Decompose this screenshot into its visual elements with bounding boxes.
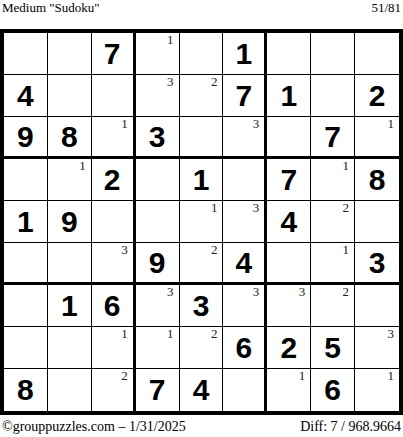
cell-r2c4[interactable]: 3 <box>136 75 180 117</box>
given-digit: 8 <box>369 165 386 195</box>
cell-r8c3[interactable]: 1 <box>92 327 136 369</box>
cell-r1c6[interactable]: 1 <box>223 33 267 75</box>
given-digit: 6 <box>236 333 253 363</box>
cell-r1c4[interactable]: 1 <box>136 33 180 75</box>
cell-r3c7[interactable] <box>267 117 311 159</box>
given-digit: 1 <box>193 165 210 195</box>
cell-r3c3[interactable]: 1 <box>92 117 136 159</box>
pencil-mark: 1 <box>299 369 306 383</box>
pencil-mark: 1 <box>388 117 395 131</box>
given-digit: 9 <box>149 248 166 278</box>
given-digit: 6 <box>104 291 121 321</box>
given-digit: 2 <box>104 165 121 195</box>
cell-r4c8[interactable]: 1 <box>311 159 355 201</box>
cell-r6c9[interactable]: 3 <box>355 243 399 285</box>
cell-r4c2[interactable]: 1 <box>48 159 92 201</box>
cell-r2c5[interactable]: 2 <box>180 75 224 117</box>
cell-r6c1[interactable] <box>4 243 48 285</box>
cell-r9c7[interactable]: 1 <box>267 369 311 411</box>
pencil-mark: 2 <box>211 327 218 341</box>
cell-r8c2[interactable] <box>48 327 92 369</box>
cell-r6c3[interactable]: 3 <box>92 243 136 285</box>
cell-r8c6[interactable]: 6 <box>223 327 267 369</box>
cell-r9c4[interactable]: 7 <box>136 369 180 411</box>
cell-r3c6[interactable]: 3 <box>223 117 267 159</box>
cell-r1c8[interactable] <box>311 33 355 75</box>
cell-r9c8[interactable]: 6 <box>311 369 355 411</box>
cell-r5c3[interactable] <box>92 201 136 243</box>
cell-r5c6[interactable]: 3 <box>223 201 267 243</box>
given-digit: 4 <box>280 207 297 237</box>
pencil-mark: 3 <box>253 117 260 131</box>
cell-r3c2[interactable]: 8 <box>48 117 92 159</box>
cell-r5c7[interactable]: 4 <box>267 201 311 243</box>
cell-r6c5[interactable]: 2 <box>180 243 224 285</box>
pencil-mark: 1 <box>388 369 395 383</box>
cell-r4c6[interactable] <box>223 159 267 201</box>
cell-r9c6[interactable] <box>223 369 267 411</box>
given-digit: 3 <box>369 248 386 278</box>
pencil-mark: 2 <box>211 243 218 257</box>
cell-r6c4[interactable]: 9 <box>136 243 180 285</box>
cell-r1c7[interactable] <box>267 33 311 75</box>
cell-r6c7[interactable] <box>267 243 311 285</box>
given-digit: 4 <box>236 248 253 278</box>
cell-r2c1[interactable]: 4 <box>4 75 48 117</box>
given-digit: 2 <box>280 333 297 363</box>
cell-r1c5[interactable] <box>180 33 224 75</box>
given-digit: 3 <box>149 122 166 152</box>
pencil-mark: 1 <box>343 159 350 173</box>
pencil-mark: 1 <box>121 327 128 341</box>
given-digit: 3 <box>193 291 210 321</box>
cell-r8c5[interactable]: 2 <box>180 327 224 369</box>
cell-r1c3[interactable]: 7 <box>92 33 136 75</box>
cell-r2c2[interactable] <box>48 75 92 117</box>
cell-r5c4[interactable] <box>136 201 180 243</box>
cell-r3c1[interactable]: 9 <box>4 117 48 159</box>
given-digit: 9 <box>61 207 78 237</box>
cell-r5c9[interactable] <box>355 201 399 243</box>
given-digit: 6 <box>324 375 341 405</box>
cell-r6c6[interactable]: 4 <box>223 243 267 285</box>
cell-r4c9[interactable]: 8 <box>355 159 399 201</box>
given-digit: 4 <box>193 375 210 405</box>
pencil-mark: 2 <box>343 285 350 299</box>
given-digit: 1 <box>17 207 34 237</box>
pencil-mark: 1 <box>121 117 128 131</box>
given-digit: 7 <box>149 375 166 405</box>
cell-r9c1[interactable]: 8 <box>4 369 48 411</box>
pencil-mark: 3 <box>388 327 395 341</box>
difficulty-text: Diff: 7 / 968.9664 <box>300 419 401 434</box>
given-digit: 7 <box>280 165 297 195</box>
remaining-counter: 51/81 <box>371 1 401 15</box>
cell-r5c5[interactable]: 1 <box>180 201 224 243</box>
cell-r5c2[interactable]: 9 <box>48 201 92 243</box>
pencil-mark: 2 <box>121 369 128 383</box>
copyright-text: ©grouppuzzles.com – 1/31/2025 <box>2 419 186 434</box>
cell-r7c6[interactable]: 3 <box>223 285 267 327</box>
cell-r2c7[interactable]: 1 <box>267 75 311 117</box>
cell-r9c3[interactable]: 2 <box>92 369 136 411</box>
cell-r4c1[interactable] <box>4 159 48 201</box>
given-digit: 2 <box>369 81 386 111</box>
cell-r9c5[interactable]: 4 <box>180 369 224 411</box>
cell-r5c8[interactable]: 2 <box>311 201 355 243</box>
cell-r3c9[interactable]: 1 <box>355 117 399 159</box>
cell-r7c9[interactable] <box>355 285 399 327</box>
cell-r4c5[interactable]: 1 <box>180 159 224 201</box>
cell-r7c2[interactable]: 1 <box>48 285 92 327</box>
cell-r3c4[interactable]: 3 <box>136 117 180 159</box>
cell-r4c3[interactable]: 2 <box>92 159 136 201</box>
cell-r2c8[interactable] <box>311 75 355 117</box>
given-digit: 5 <box>324 333 341 363</box>
pencil-mark: 1 <box>343 243 350 257</box>
pencil-mark: 3 <box>299 285 306 299</box>
cell-r4c4[interactable] <box>136 159 180 201</box>
cell-r2c6[interactable]: 7 <box>223 75 267 117</box>
cell-r9c9[interactable]: 1 <box>355 369 399 411</box>
cell-r4c7[interactable]: 7 <box>267 159 311 201</box>
pencil-mark: 1 <box>79 159 86 173</box>
pencil-mark: 3 <box>167 285 174 299</box>
page-header: Medium "Sudoku" 51/81 <box>0 0 403 29</box>
cell-r8c7[interactable]: 2 <box>267 327 311 369</box>
cell-r3c8[interactable]: 7 <box>311 117 355 159</box>
pencil-mark: 3 <box>253 201 260 215</box>
cell-r8c9[interactable]: 3 <box>355 327 399 369</box>
cell-r8c8[interactable]: 5 <box>311 327 355 369</box>
cell-r7c1[interactable] <box>4 285 48 327</box>
cell-r1c2[interactable] <box>48 33 92 75</box>
pencil-mark: 1 <box>167 327 174 341</box>
cell-r7c3[interactable]: 6 <box>92 285 136 327</box>
cell-r9c2[interactable] <box>48 369 92 411</box>
given-digit: 9 <box>17 122 34 152</box>
cell-r7c7[interactable]: 3 <box>267 285 311 327</box>
given-digit: 7 <box>104 39 121 69</box>
cell-r6c2[interactable] <box>48 243 92 285</box>
given-digit: 8 <box>61 122 78 152</box>
pencil-mark: 3 <box>121 243 128 257</box>
given-digit: 7 <box>236 81 253 111</box>
cell-r8c1[interactable] <box>4 327 48 369</box>
pencil-mark: 2 <box>211 75 218 89</box>
given-digit: 1 <box>236 39 253 69</box>
given-digit: 1 <box>61 291 78 321</box>
page-footer: ©grouppuzzles.com – 1/31/2025 Diff: 7 / … <box>0 415 403 437</box>
pencil-mark: 3 <box>167 75 174 89</box>
cell-r7c8[interactable]: 2 <box>311 285 355 327</box>
cell-r6c8[interactable]: 1 <box>311 243 355 285</box>
given-digit: 1 <box>280 81 297 111</box>
given-digit: 4 <box>17 81 34 111</box>
pencil-mark: 1 <box>211 201 218 215</box>
pencil-mark: 3 <box>253 285 260 299</box>
cell-r5c1[interactable]: 1 <box>4 201 48 243</box>
cell-r7c4[interactable]: 3 <box>136 285 180 327</box>
cell-r2c9[interactable]: 2 <box>355 75 399 117</box>
cell-r1c1[interactable] <box>4 33 48 75</box>
puzzle-title: Medium "Sudoku" <box>2 1 100 15</box>
cell-r7c5[interactable]: 3 <box>180 285 224 327</box>
cell-r1c9[interactable] <box>355 33 399 75</box>
given-digit: 8 <box>17 375 34 405</box>
cell-r3c5[interactable] <box>180 117 224 159</box>
cell-r8c4[interactable]: 1 <box>136 327 180 369</box>
pencil-mark: 1 <box>167 33 174 47</box>
sudoku-board: 7114327129813371121718191342392413163333… <box>0 29 403 415</box>
cell-r2c3[interactable] <box>92 75 136 117</box>
given-digit: 7 <box>324 122 341 152</box>
pencil-mark: 2 <box>343 201 350 215</box>
